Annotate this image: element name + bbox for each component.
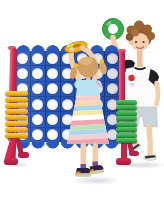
green-ring — [116, 105, 137, 110]
empty-hole — [17, 68, 28, 79]
yellow-ring — [5, 97, 28, 102]
right-front-foot — [116, 158, 131, 165]
girl-top — [74, 80, 101, 98]
yellow-ring — [5, 103, 28, 108]
boy-head — [126, 21, 155, 52]
product-photo — [0, 0, 164, 200]
right-rear-foot — [129, 151, 139, 156]
girl-legs — [81, 143, 99, 169]
empty-hole — [32, 99, 43, 110]
board-cell-r1c2 — [31, 51, 45, 65]
board-cell-r4c2 — [31, 96, 45, 111]
green-ring — [116, 100, 137, 105]
yellow-ring — [5, 91, 28, 96]
yellow-ring — [5, 115, 28, 120]
green-ring — [116, 138, 137, 143]
left-front-foot — [4, 158, 18, 165]
board-cell-r5c2 — [31, 111, 45, 126]
boy-hanging-arm — [157, 83, 159, 104]
left-rear-foot — [18, 152, 29, 158]
yellow-ring-stack — [5, 91, 28, 139]
board-column-2 — [30, 51, 45, 142]
yellow-ring — [5, 121, 28, 126]
right-post — [119, 51, 126, 103]
empty-hole — [32, 83, 43, 94]
hair-tie-right — [100, 59, 105, 64]
empty-hole — [32, 53, 43, 64]
yellow-ring — [5, 109, 28, 114]
board-cell-r3c2 — [31, 81, 45, 96]
girl-figure — [53, 37, 117, 187]
green-ring-stack — [116, 100, 137, 144]
empty-hole — [32, 68, 43, 79]
girl-head — [69, 57, 108, 82]
yellow-ring — [5, 133, 28, 138]
green-ring — [116, 111, 137, 116]
girl-dress — [60, 94, 117, 147]
boy-shirt-logo — [128, 75, 134, 81]
green-ring — [116, 122, 137, 127]
green-ring — [116, 127, 137, 132]
girl-shoes — [75, 165, 104, 177]
empty-hole — [17, 53, 28, 64]
board-cell-r2c1 — [16, 65, 30, 80]
green-ring — [116, 133, 137, 138]
board-cell-r1c1 — [16, 51, 30, 65]
green-ring — [116, 116, 137, 121]
board-cell-r2c2 — [31, 65, 45, 80]
board-cell-r6c2 — [31, 127, 45, 142]
yellow-ring — [5, 127, 28, 132]
empty-hole — [32, 129, 43, 140]
hair-tie-left — [74, 63, 78, 67]
empty-hole — [32, 114, 43, 125]
